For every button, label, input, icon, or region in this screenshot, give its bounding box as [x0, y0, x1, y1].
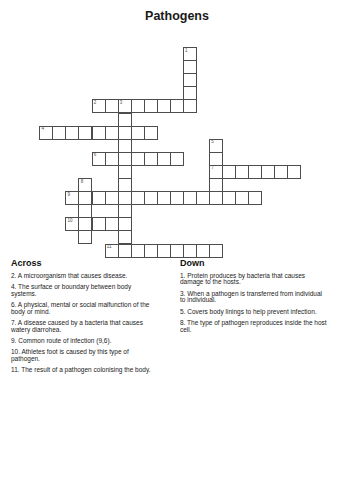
down-header: Down: [180, 258, 348, 268]
grid-cell[interactable]: [118, 113, 132, 127]
grid-cell[interactable]: [118, 152, 132, 166]
clue-across-4: 4. The surface or boundary between body …: [11, 284, 175, 297]
down-clues-column: Down 1. Protein produces by bacteria tha…: [180, 258, 348, 338]
grid-cell[interactable]: 9: [65, 191, 79, 205]
grid-cell[interactable]: [248, 165, 262, 179]
grid-cell[interactable]: [157, 191, 171, 205]
grid-cell[interactable]: [78, 217, 92, 231]
grid-cell[interactable]: [144, 191, 158, 205]
grid-cell[interactable]: [78, 191, 92, 205]
grid-cell[interactable]: [157, 99, 171, 113]
across-clues-list: 2. A microorganism that causes disease.4…: [11, 273, 175, 374]
clue-down-1: 1. Protein produces by bacteria that cau…: [180, 273, 348, 286]
grid-cell[interactable]: [118, 126, 132, 140]
crossword-page: Pathogens 1234567891011 Across 2. A micr…: [0, 0, 354, 500]
clue-down-5: 5. Covers body linings to help prevent i…: [180, 309, 348, 316]
grid-cell[interactable]: [65, 126, 79, 140]
grid-cell[interactable]: [222, 165, 236, 179]
grid-cell[interactable]: [170, 244, 184, 258]
clue-number: 2: [94, 101, 97, 106]
grid-cell[interactable]: 4: [39, 126, 53, 140]
across-clues-column: Across 2. A microorganism that causes di…: [11, 258, 175, 378]
clue-down-8: 8. The type of pathogen reproduces insid…: [180, 320, 348, 333]
grid-cell[interactable]: [118, 139, 132, 153]
grid-cell[interactable]: [183, 191, 197, 205]
grid-cell[interactable]: [144, 126, 158, 140]
grid-cell[interactable]: [235, 191, 249, 205]
grid-cell[interactable]: [209, 244, 223, 258]
grid-cell[interactable]: [105, 99, 119, 113]
grid-cell[interactable]: [131, 244, 145, 258]
clue-across-10: 10. Athletes foot is caused by this type…: [11, 349, 175, 362]
grid-cell[interactable]: [131, 99, 145, 113]
clue-number: 10: [68, 219, 73, 224]
clue-number: 3: [120, 101, 123, 106]
down-clues-list: 1. Protein produces by bacteria that cau…: [180, 273, 348, 334]
grid-cell[interactable]: 7: [209, 165, 223, 179]
across-header: Across: [11, 258, 175, 268]
grid-cell[interactable]: [118, 191, 132, 205]
clue-number: 1: [185, 49, 188, 54]
clue-across-2: 2. A microorganism that causes disease.: [11, 273, 175, 280]
grid-cell[interactable]: [157, 244, 171, 258]
grid-cell[interactable]: [170, 99, 184, 113]
grid-cell[interactable]: [183, 99, 197, 113]
grid-cell[interactable]: [170, 152, 184, 166]
grid-cell[interactable]: [92, 126, 106, 140]
clue-number: 9: [68, 193, 71, 198]
grid-cell[interactable]: 8: [78, 178, 92, 192]
clue-across-11: 11. The result of a pathogen colonising …: [11, 367, 175, 374]
grid-cell[interactable]: [105, 191, 119, 205]
grid-cell[interactable]: [78, 230, 92, 244]
grid-cell[interactable]: 1: [183, 47, 197, 61]
grid-cell[interactable]: 3: [118, 99, 132, 113]
grid-cell[interactable]: [118, 217, 132, 231]
grid-cell[interactable]: [118, 165, 132, 179]
grid-cell[interactable]: [131, 152, 145, 166]
grid-cell[interactable]: [131, 191, 145, 205]
grid-cell[interactable]: [248, 191, 262, 205]
grid-cell[interactable]: [105, 126, 119, 140]
grid-cell[interactable]: [144, 99, 158, 113]
grid-cell[interactable]: [131, 126, 145, 140]
grid-cell[interactable]: [118, 244, 132, 258]
grid-cell[interactable]: [209, 191, 223, 205]
grid-cell[interactable]: [105, 217, 119, 231]
grid-cell[interactable]: 11: [105, 244, 119, 258]
grid-cell[interactable]: 10: [65, 217, 79, 231]
grid-cell[interactable]: [183, 73, 197, 87]
grid-cell[interactable]: 6: [92, 152, 106, 166]
clue-number: 11: [107, 245, 112, 250]
clue-across-7: 7. A disease caused by a bacteria that c…: [11, 320, 175, 333]
grid-cell[interactable]: [105, 152, 119, 166]
clue-down-3: 3. When a pathogen is transferred from i…: [180, 291, 348, 304]
grid-cell[interactable]: [261, 165, 275, 179]
grid-cell[interactable]: [183, 244, 197, 258]
grid-cell[interactable]: 2: [92, 99, 106, 113]
grid-cell[interactable]: [78, 126, 92, 140]
grid-cell[interactable]: [52, 126, 66, 140]
grid-cell[interactable]: [274, 165, 288, 179]
grid-cell[interactable]: [222, 191, 236, 205]
grid-cell[interactable]: [92, 217, 106, 231]
clue-across-9: 9. Common route of infection (9,6).: [11, 338, 175, 345]
clue-number: 5: [211, 140, 214, 145]
grid-cell[interactable]: [235, 165, 249, 179]
grid-cell[interactable]: [287, 165, 301, 179]
grid-cell[interactable]: 5: [209, 139, 223, 153]
clue-across-6: 6. A physical, mental or social malfunct…: [11, 302, 175, 315]
grid-cell[interactable]: [78, 204, 92, 218]
puzzle-title: Pathogens: [0, 9, 354, 23]
clue-number: 4: [41, 127, 44, 132]
clue-number: 6: [94, 153, 97, 158]
grid-cell[interactable]: [209, 152, 223, 166]
grid-cell[interactable]: [118, 178, 132, 192]
grid-cell[interactable]: [183, 60, 197, 74]
grid-cell[interactable]: [92, 191, 106, 205]
grid-cell[interactable]: [170, 191, 184, 205]
grid-cell[interactable]: [118, 230, 132, 244]
grid-cell[interactable]: [196, 244, 210, 258]
clue-number: 7: [211, 166, 214, 171]
grid-cell[interactable]: [118, 204, 132, 218]
grid-cell[interactable]: [144, 244, 158, 258]
grid-cell[interactable]: [157, 152, 171, 166]
grid-cell[interactable]: [144, 152, 158, 166]
grid-cell[interactable]: [183, 86, 197, 100]
grid-cell[interactable]: [196, 191, 210, 205]
clue-number: 8: [81, 180, 84, 185]
grid-cell[interactable]: [209, 178, 223, 192]
